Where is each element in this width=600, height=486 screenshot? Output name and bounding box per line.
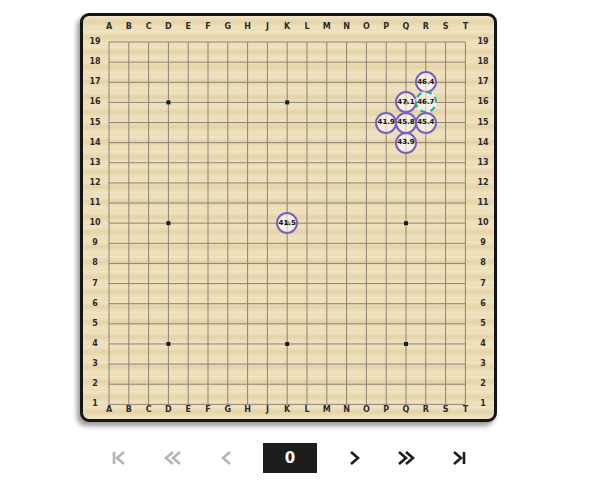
coord-label: G: [225, 406, 232, 414]
coord-label: H: [244, 406, 251, 414]
coord-label: 6: [480, 300, 486, 308]
coord-label: C: [146, 23, 152, 31]
move-suggestion-Q15[interactable]: 45.8: [395, 112, 417, 134]
coord-label: T: [463, 23, 468, 31]
coord-label: 13: [477, 159, 488, 167]
nav-first-button[interactable]: [109, 448, 129, 468]
coord-label: Q: [403, 23, 410, 31]
coord-label: C: [146, 406, 152, 414]
coord-label: 8: [480, 259, 486, 267]
move-suggestion-Q16[interactable]: 47.1: [395, 91, 417, 113]
winrate-value: 46.4: [417, 79, 434, 86]
coord-label: 7: [92, 280, 98, 288]
coord-label: J: [266, 23, 269, 31]
move-suggestion-K10[interactable]: 41.5: [276, 212, 298, 234]
coord-label: 8: [92, 259, 98, 267]
coord-label: 11: [477, 199, 488, 207]
coord-label: R: [423, 406, 429, 414]
coord-label: Q: [403, 406, 410, 414]
step-backward-icon: [217, 448, 237, 468]
coord-label: 16: [477, 98, 488, 106]
coord-label: 11: [89, 199, 100, 207]
move-suggestion-R16[interactable]: 46.7: [415, 91, 437, 113]
coord-label: 15: [89, 119, 100, 127]
coord-label: 6: [92, 300, 98, 308]
move-suggestion-P15[interactable]: 41.9: [375, 112, 397, 134]
coord-label: T: [463, 406, 468, 414]
coord-label: D: [165, 406, 172, 414]
coord-label: P: [383, 23, 389, 31]
coord-label: H: [244, 23, 251, 31]
coord-label: 17: [89, 78, 100, 86]
coord-label: S: [443, 23, 449, 31]
coord-label: B: [126, 23, 132, 31]
coord-label: 14: [89, 139, 100, 147]
coord-label: 16: [89, 98, 100, 106]
coord-label: D: [165, 23, 172, 31]
coord-label: E: [185, 406, 190, 414]
coord-label: 13: [89, 159, 100, 167]
coord-label: E: [185, 23, 190, 31]
nav-forward-button[interactable]: [344, 448, 364, 468]
nav-last-button[interactable]: [449, 448, 469, 468]
coord-label: 10: [89, 219, 100, 227]
coord-label: F: [205, 406, 210, 414]
coord-label: 15: [477, 119, 488, 127]
coord-label: 7: [480, 280, 486, 288]
coord-label: S: [443, 406, 449, 414]
skip-to-end-icon: [449, 448, 469, 468]
coord-label: N: [343, 406, 350, 414]
winrate-value: 41.9: [378, 119, 395, 126]
winrate-value: 43.9: [397, 139, 414, 146]
coord-label: 3: [480, 360, 486, 368]
coord-label: 17: [477, 78, 488, 86]
step-forward-icon: [344, 448, 364, 468]
coord-label: A: [106, 23, 112, 31]
coord-label: M: [323, 23, 331, 31]
coord-label: 12: [477, 179, 488, 187]
fast-forward-icon: [396, 448, 416, 468]
coord-label: F: [205, 23, 210, 31]
coord-label: 9: [92, 239, 98, 247]
winrate-value: 41.5: [279, 220, 296, 227]
coord-label: K: [284, 23, 290, 31]
go-analysis-page: AABBCCDDEEFFGGHHJJKKLLMMNNOOPPQQRRSSTT19…: [0, 0, 600, 486]
coord-label: O: [363, 406, 370, 414]
coord-label: 10: [477, 219, 488, 227]
coord-label: G: [225, 23, 232, 31]
go-board[interactable]: AABBCCDDEEFFGGHHJJKKLLMMNNOOPPQQRRSSTT19…: [80, 13, 497, 422]
nav-back-button[interactable]: [217, 448, 237, 468]
coord-label: 2: [92, 380, 98, 388]
coord-label: 19: [89, 38, 100, 46]
board-surface: AABBCCDDEEFFGGHHJJKKLLMMNNOOPPQQRRSSTT19…: [83, 16, 494, 419]
coord-label: N: [343, 23, 350, 31]
coord-label: 14: [477, 139, 488, 147]
coord-label: L: [304, 23, 309, 31]
coord-label: 18: [89, 58, 100, 66]
coord-label: A: [106, 406, 112, 414]
coord-label: 19: [477, 38, 488, 46]
move-number: 0: [285, 449, 295, 467]
coord-label: R: [423, 23, 429, 31]
skip-to-start-icon: [109, 448, 129, 468]
move-suggestion-Q14[interactable]: 43.9: [395, 132, 417, 154]
coord-label: 4: [480, 340, 486, 348]
coord-label: L: [304, 406, 309, 414]
coord-label: P: [383, 406, 389, 414]
coord-label: K: [284, 406, 290, 414]
coord-label: 2: [480, 380, 486, 388]
move-number-box: 0: [263, 443, 317, 473]
winrate-value: 45.8: [397, 119, 414, 126]
coord-label: 18: [477, 58, 488, 66]
coord-label: 9: [480, 239, 486, 247]
fast-backward-icon: [163, 448, 183, 468]
coord-label: B: [126, 406, 132, 414]
move-suggestion-R17[interactable]: 46.4: [415, 71, 437, 93]
coord-label: O: [363, 23, 370, 31]
winrate-value: 45.4: [417, 119, 434, 126]
coord-label: 1: [92, 400, 98, 408]
coord-label: M: [323, 406, 331, 414]
winrate-value: 47.1: [397, 99, 414, 106]
move-navigation: 0: [0, 443, 600, 473]
coord-label: 3: [92, 360, 98, 368]
coord-label: 1: [480, 400, 486, 408]
nav-fast-backward-button[interactable]: [163, 448, 183, 468]
coord-label: 12: [89, 179, 100, 187]
coord-label: 5: [92, 320, 98, 328]
coord-label: J: [266, 406, 269, 414]
coord-label: 4: [92, 340, 98, 348]
nav-fast-forward-button[interactable]: [396, 448, 416, 468]
coord-label: 5: [480, 320, 486, 328]
winrate-value: 46.7: [417, 99, 434, 106]
move-suggestion-R15[interactable]: 45.4: [415, 112, 437, 134]
